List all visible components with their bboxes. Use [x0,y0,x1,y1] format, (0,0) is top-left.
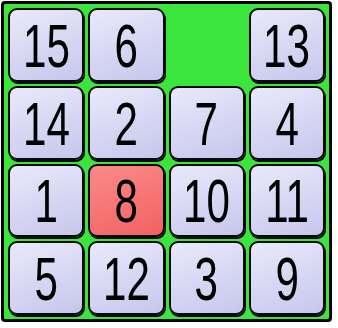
fifteen-puzzle-screenshot: 15 6 13 14 2 7 4 1 8 10 11 5 12 3 9 [0,0,338,328]
tile-10[interactable]: 10 [169,164,245,238]
tile-number: 10 [183,170,230,232]
empty-cell [169,8,245,82]
tile-number: 4 [275,93,298,155]
tile-number: 2 [115,93,138,155]
tile-2[interactable]: 2 [88,86,164,160]
tile-4[interactable]: 4 [249,86,325,160]
tile-11[interactable]: 11 [249,164,325,238]
tile-6[interactable]: 6 [88,8,164,82]
tile-15[interactable]: 15 [8,8,84,82]
tile-5[interactable]: 5 [8,241,84,315]
tile-number: 9 [275,248,298,310]
tile-number: 11 [265,170,309,232]
tile-number: 15 [23,15,70,77]
tile-number: 1 [34,170,57,232]
fifteen-puzzle-board: 15 6 13 14 2 7 4 1 8 10 11 5 12 3 9 [1,1,332,322]
tile-number: 6 [115,15,138,77]
tile-14[interactable]: 14 [8,86,84,160]
tile-number: 13 [263,15,310,77]
tile-number: 5 [34,248,57,310]
tile-3[interactable]: 3 [169,241,245,315]
tile-number: 3 [195,248,218,310]
tile-1[interactable]: 1 [8,164,84,238]
tile-8[interactable]: 8 [88,164,164,238]
tile-7[interactable]: 7 [169,86,245,160]
tile-number: 14 [23,93,70,155]
tile-12[interactable]: 12 [88,241,164,315]
tile-9[interactable]: 9 [249,241,325,315]
tile-number: 7 [195,93,218,155]
tile-number: 12 [103,248,150,310]
tile-number: 8 [115,170,138,232]
tile-13[interactable]: 13 [249,8,325,82]
